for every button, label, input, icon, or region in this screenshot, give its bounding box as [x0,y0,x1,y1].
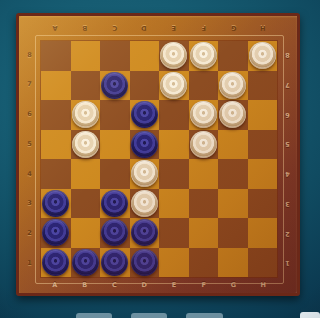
square-f3[interactable] [189,189,219,219]
square-g4[interactable] [218,159,248,189]
square-d4[interactable] [130,159,160,189]
white-checker-piece[interactable] [219,72,246,99]
file-label-top-h: H [248,19,278,37]
bottom-button-2[interactable] [131,313,167,318]
blue-checker-piece[interactable] [131,249,158,276]
square-h7[interactable] [248,71,278,101]
square-e2[interactable] [159,218,189,248]
square-c4[interactable] [100,159,130,189]
square-g8[interactable] [218,41,248,71]
square-b8[interactable] [71,41,101,71]
checkers-board: ABCDEFGH ABCDEFGH 87654321 87654321 [16,13,300,296]
square-g7[interactable] [218,71,248,101]
square-c1[interactable] [100,248,130,278]
file-label-bottom-c: C [100,278,130,292]
blue-checker-piece[interactable] [101,72,128,99]
square-g2[interactable] [218,218,248,248]
square-a2[interactable] [41,218,71,248]
rank-label-right-8: 8 [278,40,297,70]
file-label-top-b: B [70,19,100,37]
rank-label-right-3: 3 [278,189,297,219]
file-label-top-f: F [189,19,219,37]
white-checker-piece[interactable] [72,131,99,158]
square-a7[interactable] [41,71,71,101]
square-f4[interactable] [189,159,219,189]
rank-label-left-6: 6 [19,100,40,130]
rank-label-left-1: 1 [19,248,40,278]
blue-checker-piece[interactable] [42,249,69,276]
square-h3[interactable] [248,189,278,219]
square-f6[interactable] [189,100,219,130]
square-d1[interactable] [130,248,160,278]
square-h5[interactable] [248,130,278,160]
square-e6[interactable] [159,100,189,130]
square-h6[interactable] [248,100,278,130]
square-g6[interactable] [218,100,248,130]
white-checker-piece[interactable] [72,101,99,128]
square-g1[interactable] [218,248,248,278]
square-b5[interactable] [71,130,101,160]
square-c5[interactable] [100,130,130,160]
file-label-bottom-f: F [189,278,219,292]
file-label-top-a: A [40,19,70,37]
square-a4[interactable] [41,159,71,189]
square-b4[interactable] [71,159,101,189]
square-h8[interactable] [248,41,278,71]
square-b3[interactable] [71,189,101,219]
blue-checker-piece[interactable] [72,249,99,276]
blue-checker-piece[interactable] [131,101,158,128]
square-h4[interactable] [248,159,278,189]
square-d5[interactable] [130,130,160,160]
blue-checker-piece[interactable] [131,219,158,246]
white-checker-piece[interactable] [249,42,276,69]
file-label-top-e: E [159,19,189,37]
rank-label-left-7: 7 [19,70,40,100]
square-f7[interactable] [189,71,219,101]
bottom-button-4[interactable] [300,312,320,318]
square-c2[interactable] [100,218,130,248]
rank-label-right-6: 6 [278,100,297,130]
rank-labels-right: 87654321 [278,40,297,278]
rank-label-left-4: 4 [19,159,40,189]
square-e7[interactable] [159,71,189,101]
square-e5[interactable] [159,130,189,160]
bottom-button-1[interactable] [76,313,112,318]
file-label-top-c: C [100,19,130,37]
file-label-bottom-d: D [129,278,159,292]
square-h2[interactable] [248,218,278,248]
rank-label-left-5: 5 [19,129,40,159]
square-a5[interactable] [41,130,71,160]
white-checker-piece[interactable] [190,42,217,69]
file-label-bottom-h: H [248,278,278,292]
file-label-bottom-a: A [40,278,70,292]
game-screen: ABCDEFGH ABCDEFGH 87654321 87654321 [0,0,320,318]
blue-checker-piece[interactable] [101,190,128,217]
square-e1[interactable] [159,248,189,278]
blue-checker-piece[interactable] [131,131,158,158]
square-e3[interactable] [159,189,189,219]
file-labels-top: ABCDEFGH [40,19,278,37]
square-e4[interactable] [159,159,189,189]
square-c6[interactable] [100,100,130,130]
rank-label-right-2: 2 [278,219,297,249]
white-checker-piece[interactable] [219,101,246,128]
square-d7[interactable] [130,71,160,101]
square-f8[interactable] [189,41,219,71]
white-checker-piece[interactable] [131,190,158,217]
white-checker-piece[interactable] [190,101,217,128]
file-label-top-g: G [219,19,249,37]
file-label-top-d: D [129,19,159,37]
square-h1[interactable] [248,248,278,278]
rank-label-right-5: 5 [278,129,297,159]
square-d3[interactable] [130,189,160,219]
white-checker-piece[interactable] [160,42,187,69]
square-g5[interactable] [218,130,248,160]
white-checker-piece[interactable] [160,72,187,99]
blue-checker-piece[interactable] [101,249,128,276]
square-a8[interactable] [41,41,71,71]
square-g3[interactable] [218,189,248,219]
square-e8[interactable] [159,41,189,71]
rank-labels-left: 87654321 [19,40,40,278]
bottom-button-3[interactable] [186,313,223,318]
blue-checker-piece[interactable] [101,219,128,246]
file-label-bottom-e: E [159,278,189,292]
square-f5[interactable] [189,130,219,160]
rank-label-left-8: 8 [19,40,40,70]
blue-checker-piece[interactable] [42,190,69,217]
rank-label-left-2: 2 [19,219,40,249]
square-b2[interactable] [71,218,101,248]
rank-label-right-1: 1 [278,248,297,278]
square-b6[interactable] [71,100,101,130]
square-b1[interactable] [71,248,101,278]
square-c8[interactable] [100,41,130,71]
square-c3[interactable] [100,189,130,219]
square-d6[interactable] [130,100,160,130]
file-label-bottom-g: G [219,278,249,292]
white-checker-piece[interactable] [131,160,158,187]
file-label-bottom-b: B [70,278,100,292]
square-c7[interactable] [100,71,130,101]
blue-checker-piece[interactable] [42,219,69,246]
square-d2[interactable] [130,218,160,248]
square-a6[interactable] [41,100,71,130]
white-checker-piece[interactable] [190,131,217,158]
file-labels-bottom: ABCDEFGH [40,278,278,292]
square-f2[interactable] [189,218,219,248]
square-a3[interactable] [41,189,71,219]
square-b7[interactable] [71,71,101,101]
square-a1[interactable] [41,248,71,278]
square-d8[interactable] [130,41,160,71]
rank-label-left-3: 3 [19,189,40,219]
play-area [40,40,278,278]
rank-label-right-7: 7 [278,70,297,100]
rank-label-right-4: 4 [278,159,297,189]
square-f1[interactable] [189,248,219,278]
